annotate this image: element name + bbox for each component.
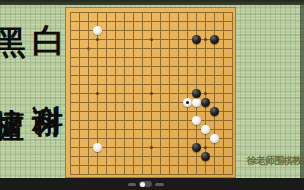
star-point [96, 92, 99, 95]
white-stone [201, 125, 210, 134]
star-point [150, 38, 153, 41]
star-point [150, 146, 153, 149]
star-point [204, 92, 207, 95]
go-board [65, 7, 236, 178]
video-player-bar [0, 178, 304, 190]
video-frame: 黑 檀啸 白 谢科 徐老师围棋教室 [0, 0, 304, 190]
watermark-text: 徐老师围棋教室 [247, 155, 304, 166]
last-move-marker [186, 101, 189, 104]
white-stone [183, 98, 192, 107]
black-stone [201, 98, 210, 107]
white-stone [210, 134, 219, 143]
player-bar-text-mark [128, 183, 136, 186]
star-point [204, 38, 207, 41]
white-stone [93, 143, 102, 152]
black-color-char: 黑 [0, 26, 26, 60]
right-edge-shadow [300, 5, 304, 178]
star-point [204, 146, 207, 149]
white-stone [192, 98, 201, 107]
black-stone [201, 152, 210, 161]
black-stone [192, 143, 201, 152]
danmaku-toggle[interactable] [139, 181, 152, 187]
toggle-knob-icon [140, 182, 145, 187]
white-color-char: 白 [32, 24, 65, 58]
white-player-label: 白 谢科 [32, 24, 65, 83]
black-player-label: 黑 檀啸 [0, 26, 26, 85]
star-point [96, 38, 99, 41]
black-stone [192, 35, 201, 44]
star-point [150, 92, 153, 95]
top-edge-strip [0, 0, 304, 5]
white-player-name: 谢科 [32, 81, 64, 83]
player-bar-text-mark [155, 183, 164, 186]
black-stone [210, 35, 219, 44]
white-stone [93, 26, 102, 35]
black-player-name: 檀啸 [0, 83, 25, 85]
black-stone [210, 107, 219, 116]
white-stone [192, 116, 201, 125]
aux-marker-dot [87, 47, 90, 50]
black-stone [192, 89, 201, 98]
